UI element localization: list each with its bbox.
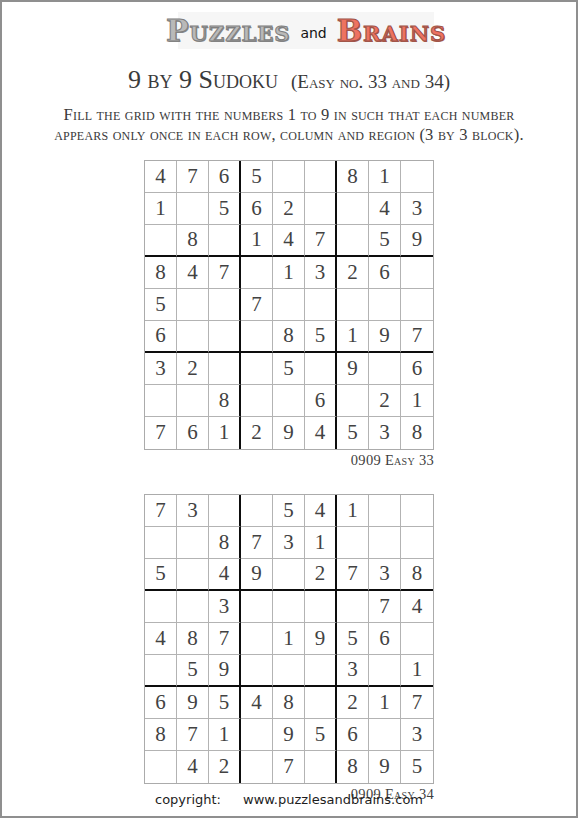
cell-r6c9: 7 bbox=[401, 321, 433, 353]
cell-r2c7 bbox=[337, 193, 369, 225]
cell-r9c7: 8 bbox=[337, 751, 369, 783]
cell-r8c8: 2 bbox=[369, 385, 401, 417]
cell-r9c9: 8 bbox=[401, 417, 433, 449]
cell-r2c8 bbox=[369, 527, 401, 559]
cell-r6c5 bbox=[273, 655, 305, 687]
cell-r7c9: 7 bbox=[401, 687, 433, 719]
cell-r3c8: 5 bbox=[369, 225, 401, 257]
cell-r9c8: 3 bbox=[369, 417, 401, 449]
cell-r7c7: 9 bbox=[337, 353, 369, 385]
cell-r8c4 bbox=[241, 385, 273, 417]
cell-r5c4 bbox=[241, 623, 273, 655]
cell-r2c7 bbox=[337, 527, 369, 559]
cell-r9c3: 2 bbox=[209, 751, 241, 783]
cell-r4c7: 2 bbox=[337, 257, 369, 289]
cell-r2c6: 1 bbox=[305, 527, 337, 559]
cell-r3c2: 8 bbox=[177, 225, 209, 257]
puzzle-block-34: 7354187315492738374487195659316954821787… bbox=[144, 494, 434, 803]
cell-r7c1: 3 bbox=[145, 353, 177, 385]
cell-r6c2 bbox=[177, 321, 209, 353]
cell-r8c3: 1 bbox=[209, 719, 241, 751]
cell-r8c1: 8 bbox=[145, 719, 177, 751]
cell-r8c9: 3 bbox=[401, 719, 433, 751]
cell-r1c3 bbox=[209, 495, 241, 527]
cell-r1c7: 1 bbox=[337, 495, 369, 527]
cell-r3c9: 9 bbox=[401, 225, 433, 257]
cell-r4c1 bbox=[145, 591, 177, 623]
cell-r7c8 bbox=[369, 353, 401, 385]
cell-r2c1: 1 bbox=[145, 193, 177, 225]
cell-r2c8: 4 bbox=[369, 193, 401, 225]
cell-r6c7: 1 bbox=[337, 321, 369, 353]
cell-r8c9: 1 bbox=[401, 385, 433, 417]
cell-r1c5: 5 bbox=[273, 495, 305, 527]
cell-r7c9: 6 bbox=[401, 353, 433, 385]
cell-r1c8: 1 bbox=[369, 161, 401, 193]
cell-r3c2 bbox=[177, 559, 209, 591]
cell-r2c2 bbox=[177, 193, 209, 225]
cell-r9c5: 7 bbox=[273, 751, 305, 783]
cell-r5c6: 9 bbox=[305, 623, 337, 655]
cell-r8c5 bbox=[273, 385, 305, 417]
cell-r8c1 bbox=[145, 385, 177, 417]
cell-r8c6: 6 bbox=[305, 385, 337, 417]
logo-word-puzzles: Puzzles bbox=[166, 16, 290, 46]
cell-r3c7 bbox=[337, 225, 369, 257]
cell-r7c6 bbox=[305, 687, 337, 719]
cell-r7c7: 2 bbox=[337, 687, 369, 719]
cell-r6c8: 9 bbox=[369, 321, 401, 353]
cell-r1c8 bbox=[369, 495, 401, 527]
cell-r3c1 bbox=[145, 225, 177, 257]
cell-r4c3: 3 bbox=[209, 591, 241, 623]
cell-r1c7: 8 bbox=[337, 161, 369, 193]
cell-r4c6 bbox=[305, 591, 337, 623]
cell-r9c9: 5 bbox=[401, 751, 433, 783]
cell-r9c4 bbox=[241, 751, 273, 783]
copyright-label: copyright: bbox=[155, 792, 221, 807]
cell-r9c1 bbox=[145, 751, 177, 783]
cell-r1c3: 6 bbox=[209, 161, 241, 193]
page: Puzzles and Brains 9 by 9 Sudoku (Easy n… bbox=[0, 0, 578, 818]
cell-r7c4: 4 bbox=[241, 687, 273, 719]
title-subtitle: (Easy no. 33 and 34) bbox=[291, 71, 450, 92]
cell-r5c1: 5 bbox=[145, 289, 177, 321]
cell-r2c3: 5 bbox=[209, 193, 241, 225]
cell-r4c5: 1 bbox=[273, 257, 305, 289]
cell-r2c4: 7 bbox=[241, 527, 273, 559]
cell-r9c2: 6 bbox=[177, 417, 209, 449]
cell-r6c2: 5 bbox=[177, 655, 209, 687]
cell-r9c1: 7 bbox=[145, 417, 177, 449]
cell-r5c7 bbox=[337, 289, 369, 321]
cell-r7c2: 2 bbox=[177, 353, 209, 385]
cell-r7c2: 9 bbox=[177, 687, 209, 719]
cell-r4c7 bbox=[337, 591, 369, 623]
cell-r1c5 bbox=[273, 161, 305, 193]
cell-r7c8: 1 bbox=[369, 687, 401, 719]
cell-r2c9 bbox=[401, 527, 433, 559]
cell-r6c6 bbox=[305, 655, 337, 687]
cell-r8c5: 9 bbox=[273, 719, 305, 751]
cell-r9c4: 2 bbox=[241, 417, 273, 449]
cell-r9c7: 5 bbox=[337, 417, 369, 449]
cell-r8c8 bbox=[369, 719, 401, 751]
instructions: Fill the grid with the numbers 1 to 9 in… bbox=[2, 105, 576, 145]
cell-r1c2: 3 bbox=[177, 495, 209, 527]
cell-r2c4: 6 bbox=[241, 193, 273, 225]
cell-r2c3: 8 bbox=[209, 527, 241, 559]
cell-r9c6: 4 bbox=[305, 417, 337, 449]
cell-r5c7: 5 bbox=[337, 623, 369, 655]
cell-r2c5: 2 bbox=[273, 193, 305, 225]
cell-r6c6: 5 bbox=[305, 321, 337, 353]
cell-r9c3: 1 bbox=[209, 417, 241, 449]
cell-r2c2 bbox=[177, 527, 209, 559]
cell-r4c2 bbox=[177, 591, 209, 623]
cell-r6c4 bbox=[241, 321, 273, 353]
cell-r6c8 bbox=[369, 655, 401, 687]
cell-r7c1: 6 bbox=[145, 687, 177, 719]
cell-r9c5: 9 bbox=[273, 417, 305, 449]
cell-r4c4 bbox=[241, 591, 273, 623]
cell-r8c7: 6 bbox=[337, 719, 369, 751]
cell-r3c5 bbox=[273, 559, 305, 591]
cell-r5c9 bbox=[401, 623, 433, 655]
cell-r5c5: 1 bbox=[273, 623, 305, 655]
cell-r3c3 bbox=[209, 225, 241, 257]
cell-r3c9: 8 bbox=[401, 559, 433, 591]
title-main: 9 by 9 Sudoku bbox=[128, 65, 278, 94]
cell-r8c2: 7 bbox=[177, 719, 209, 751]
website-link[interactable]: www.puzzlesandbrains.com bbox=[243, 792, 423, 807]
cell-r3c6: 7 bbox=[305, 225, 337, 257]
cell-r6c5: 8 bbox=[273, 321, 305, 353]
cell-r4c3: 7 bbox=[209, 257, 241, 289]
cell-r7c3 bbox=[209, 353, 241, 385]
cell-r2c6 bbox=[305, 193, 337, 225]
cell-r1c6: 4 bbox=[305, 495, 337, 527]
cell-r6c1 bbox=[145, 655, 177, 687]
cell-r4c8: 6 bbox=[369, 257, 401, 289]
cell-r1c2: 7 bbox=[177, 161, 209, 193]
cell-r1c4: 5 bbox=[241, 161, 273, 193]
instructions-line-2: appears only once in each row, column an… bbox=[54, 125, 524, 144]
cell-r8c3: 8 bbox=[209, 385, 241, 417]
cell-r3c6: 2 bbox=[305, 559, 337, 591]
cell-r9c2: 4 bbox=[177, 751, 209, 783]
cell-r3c4: 9 bbox=[241, 559, 273, 591]
cell-r9c8: 9 bbox=[369, 751, 401, 783]
cell-r5c6 bbox=[305, 289, 337, 321]
cell-r7c5: 5 bbox=[273, 353, 305, 385]
cell-r3c8: 3 bbox=[369, 559, 401, 591]
cell-r4c9: 4 bbox=[401, 591, 433, 623]
cell-r3c4: 1 bbox=[241, 225, 273, 257]
cell-r5c9 bbox=[401, 289, 433, 321]
cell-r2c5: 3 bbox=[273, 527, 305, 559]
cell-r7c4 bbox=[241, 353, 273, 385]
footer: copyright: www.puzzlesandbrains.com bbox=[2, 792, 576, 807]
cell-r5c3: 7 bbox=[209, 623, 241, 655]
cell-r6c1: 6 bbox=[145, 321, 177, 353]
cell-r6c3 bbox=[209, 321, 241, 353]
cell-r5c8 bbox=[369, 289, 401, 321]
cell-r4c1: 8 bbox=[145, 257, 177, 289]
cell-r5c2 bbox=[177, 289, 209, 321]
cell-r5c2: 8 bbox=[177, 623, 209, 655]
cell-r6c7: 3 bbox=[337, 655, 369, 687]
cell-r8c4 bbox=[241, 719, 273, 751]
cell-r7c3: 5 bbox=[209, 687, 241, 719]
cell-r7c5: 8 bbox=[273, 687, 305, 719]
cell-r3c7: 7 bbox=[337, 559, 369, 591]
cell-r8c2 bbox=[177, 385, 209, 417]
cell-r9c6 bbox=[305, 751, 337, 783]
cell-r4c8: 7 bbox=[369, 591, 401, 623]
cell-r6c3: 9 bbox=[209, 655, 241, 687]
cell-r5c1: 4 bbox=[145, 623, 177, 655]
cell-r1c4 bbox=[241, 495, 273, 527]
cell-r1c9 bbox=[401, 495, 433, 527]
page-title: 9 by 9 Sudoku (Easy no. 33 and 34) bbox=[2, 59, 576, 96]
cell-r2c9: 3 bbox=[401, 193, 433, 225]
sudoku-grid-easy-33: 4765811562438147598471326576851973259686… bbox=[144, 160, 434, 450]
cell-r3c1: 5 bbox=[145, 559, 177, 591]
cell-r7c6 bbox=[305, 353, 337, 385]
cell-r6c9: 1 bbox=[401, 655, 433, 687]
cell-r5c4: 7 bbox=[241, 289, 273, 321]
cell-r4c4 bbox=[241, 257, 273, 289]
cell-r4c6: 3 bbox=[305, 257, 337, 289]
puzzle-label-33: 0909 Easy 33 bbox=[144, 452, 434, 469]
logo-word-and: and bbox=[300, 21, 326, 41]
logo-word-brains: Brains bbox=[337, 16, 446, 46]
logo: Puzzles and Brains bbox=[178, 12, 434, 49]
puzzle-block-33: 4765811562438147598471326576851973259686… bbox=[144, 160, 434, 469]
cell-r8c7 bbox=[337, 385, 369, 417]
cell-r1c9 bbox=[401, 161, 433, 193]
sudoku-grid-easy-34: 7354187315492738374487195659316954821787… bbox=[144, 494, 434, 784]
cell-r1c6 bbox=[305, 161, 337, 193]
cell-r3c3: 4 bbox=[209, 559, 241, 591]
cell-r4c9 bbox=[401, 257, 433, 289]
cell-r6c4 bbox=[241, 655, 273, 687]
cell-r1c1: 7 bbox=[145, 495, 177, 527]
cell-r1c1: 4 bbox=[145, 161, 177, 193]
cell-r2c1 bbox=[145, 527, 177, 559]
cell-r4c2: 4 bbox=[177, 257, 209, 289]
cell-r5c3 bbox=[209, 289, 241, 321]
cell-r5c8: 6 bbox=[369, 623, 401, 655]
cell-r5c5 bbox=[273, 289, 305, 321]
cell-r4c5 bbox=[273, 591, 305, 623]
cell-r8c6: 5 bbox=[305, 719, 337, 751]
instructions-line-1: Fill the grid with the numbers 1 to 9 in… bbox=[64, 105, 515, 124]
cell-r3c5: 4 bbox=[273, 225, 305, 257]
